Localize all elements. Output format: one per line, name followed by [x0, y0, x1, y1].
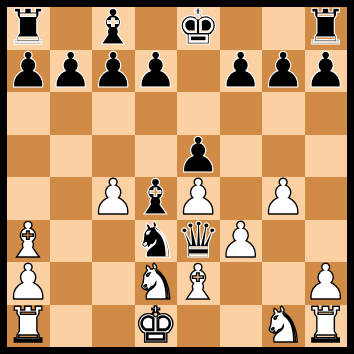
- square-g6[interactable]: [262, 92, 305, 135]
- square-f2[interactable]: [220, 262, 263, 305]
- square-b2[interactable]: [50, 262, 93, 305]
- square-g1[interactable]: ♞: [262, 305, 305, 348]
- square-g4[interactable]: ♟: [262, 177, 305, 220]
- square-c3[interactable]: [92, 220, 135, 263]
- square-g3[interactable]: [262, 220, 305, 263]
- square-b3[interactable]: [50, 220, 93, 263]
- white-bishop-piece: ♝: [176, 262, 220, 305]
- black-pawn-piece: ♟: [261, 50, 305, 93]
- square-f5[interactable]: [220, 135, 263, 178]
- white-rook-piece: ♜: [6, 305, 50, 348]
- square-c4[interactable]: ♟: [92, 177, 135, 220]
- square-e1[interactable]: [177, 305, 220, 348]
- square-g7[interactable]: ♟: [262, 50, 305, 93]
- square-h7[interactable]: ♟: [305, 50, 348, 93]
- black-pawn-piece: ♟: [304, 50, 348, 93]
- square-h4[interactable]: [305, 177, 348, 220]
- square-c6[interactable]: [92, 92, 135, 135]
- square-h5[interactable]: [305, 135, 348, 178]
- square-a7[interactable]: ♟: [7, 50, 50, 93]
- chess-board: ♜♝♚♜♟♟♟♟♟♟♟♟♟♝♟♟♝♞♛♟♟♞♝♟♜♚♞♜: [0, 0, 354, 354]
- black-pawn-piece: ♟: [134, 50, 178, 93]
- square-c1[interactable]: [92, 305, 135, 348]
- white-pawn-piece: ♟: [219, 220, 263, 263]
- square-f1[interactable]: [220, 305, 263, 348]
- square-a1[interactable]: ♜: [7, 305, 50, 348]
- square-c2[interactable]: [92, 262, 135, 305]
- black-pawn-piece: ♟: [49, 50, 93, 93]
- white-pawn-piece: ♟: [261, 177, 305, 220]
- white-knight-piece: ♞: [261, 305, 305, 348]
- square-e2[interactable]: ♝: [177, 262, 220, 305]
- square-b7[interactable]: ♟: [50, 50, 93, 93]
- square-d6[interactable]: [135, 92, 178, 135]
- black-king-piece: ♚: [176, 7, 220, 50]
- black-pawn-piece: ♟: [219, 50, 263, 93]
- square-e8[interactable]: ♚: [177, 7, 220, 50]
- square-e7[interactable]: [177, 50, 220, 93]
- square-h1[interactable]: ♜: [305, 305, 348, 348]
- square-f3[interactable]: ♟: [220, 220, 263, 263]
- white-rook-piece: ♜: [304, 305, 348, 348]
- black-pawn-piece: ♟: [91, 50, 135, 93]
- white-pawn-piece: ♟: [91, 177, 135, 220]
- square-d1[interactable]: ♚: [135, 305, 178, 348]
- square-b1[interactable]: [50, 305, 93, 348]
- black-pawn-piece: ♟: [6, 50, 50, 93]
- square-b6[interactable]: [50, 92, 93, 135]
- square-a5[interactable]: [7, 135, 50, 178]
- square-h6[interactable]: [305, 92, 348, 135]
- square-c7[interactable]: ♟: [92, 50, 135, 93]
- white-king-piece: ♚: [134, 305, 178, 348]
- square-d7[interactable]: ♟: [135, 50, 178, 93]
- square-a6[interactable]: [7, 92, 50, 135]
- square-b4[interactable]: [50, 177, 93, 220]
- square-f6[interactable]: [220, 92, 263, 135]
- square-b5[interactable]: [50, 135, 93, 178]
- square-f7[interactable]: ♟: [220, 50, 263, 93]
